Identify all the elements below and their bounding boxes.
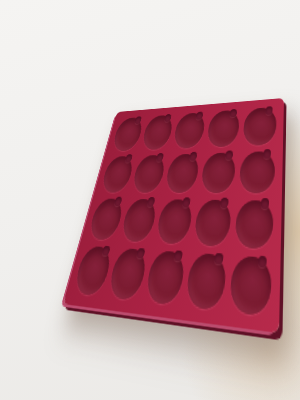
lift-notch <box>258 255 268 268</box>
coin-recess <box>131 154 167 192</box>
tray-cell <box>198 151 237 195</box>
coin-recess <box>144 250 186 305</box>
coin-recess <box>107 248 149 300</box>
lift-notch <box>125 154 133 162</box>
lift-notch <box>260 199 269 210</box>
tray-cell <box>171 111 208 150</box>
coin-recess <box>228 256 271 317</box>
lift-notch <box>147 197 156 207</box>
tray-cell <box>142 249 187 308</box>
lift-notch <box>229 109 237 117</box>
tray-cell <box>241 106 278 148</box>
tray-cell <box>183 251 229 313</box>
coin-recess <box>200 152 237 193</box>
lift-notch <box>114 197 123 206</box>
lift-notch <box>189 152 197 161</box>
lift-notch <box>173 250 182 262</box>
lift-notch <box>214 252 224 264</box>
lift-notch <box>156 153 164 162</box>
coin-recess <box>238 151 275 194</box>
lift-notch <box>136 248 145 259</box>
coin-recess <box>172 113 206 149</box>
coin-recess <box>155 199 194 245</box>
coin-recess <box>242 107 277 146</box>
lift-notch <box>102 245 111 256</box>
tray-cell <box>227 254 274 319</box>
lift-notch <box>225 151 233 160</box>
lift-notch <box>135 116 142 124</box>
tray-cell <box>237 149 277 195</box>
coin-recess <box>141 115 175 150</box>
coin-recess <box>164 153 200 193</box>
lift-notch <box>182 198 191 208</box>
coin-recess <box>234 200 274 250</box>
lift-notch <box>265 106 273 115</box>
coin-recess <box>184 253 227 311</box>
tray-cell <box>163 152 202 195</box>
coin-recess <box>193 200 233 248</box>
tray-cell <box>191 198 233 249</box>
lift-notch <box>220 198 229 208</box>
tray-cell <box>232 198 275 252</box>
tray-cell <box>205 109 242 149</box>
lift-notch <box>263 149 271 159</box>
tray-grid <box>71 106 278 319</box>
lift-notch <box>196 111 204 119</box>
coin-tray <box>63 98 284 333</box>
coin-recess <box>206 110 240 147</box>
coin-recess <box>120 199 159 243</box>
lift-notch <box>164 114 172 122</box>
photo-background <box>0 0 300 400</box>
tray-cell <box>153 198 195 247</box>
